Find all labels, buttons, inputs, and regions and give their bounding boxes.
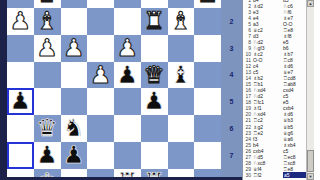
square-h5[interactable] [194, 88, 221, 115]
square-c1[interactable] [61, 0, 88, 8]
square-d7[interactable] [87, 142, 114, 169]
white-K-piece-b1[interactable]: ♚ [34, 0, 61, 8]
rank-label-4: 4 [221, 70, 242, 79]
white-B-piece-b2[interactable]: ♝ [34, 8, 61, 35]
square-h2[interactable] [194, 8, 221, 35]
white-P-piece-e3[interactable]: ♟ [114, 35, 141, 62]
square-g2[interactable]: ♝ [168, 8, 195, 35]
square-f6[interactable] [141, 115, 168, 142]
square-h6[interactable] [194, 115, 221, 142]
square-b6[interactable]: ♛ [34, 115, 61, 142]
square-f5[interactable]: ♟ [141, 88, 168, 115]
square-f7[interactable] [141, 142, 168, 169]
white-B-piece-g2[interactable]: ♝ [168, 8, 195, 35]
square-e1[interactable] [114, 0, 141, 8]
rank-label-strip: 12345678 [221, 0, 242, 177]
white-move-30[interactable]: ♖f2 [253, 172, 283, 178]
square-b2[interactable]: ♝ [34, 8, 61, 35]
square-d4[interactable]: ♟ [87, 62, 114, 89]
move-list-scrollbar[interactable]: ▲ ▼ [306, 0, 314, 180]
rank-label-3: 3 [221, 44, 242, 53]
white-P-piece-b3[interactable]: ♟ [34, 35, 61, 62]
square-b7[interactable]: ♟ [34, 142, 61, 169]
square-e5[interactable] [114, 88, 141, 115]
square-c4[interactable] [61, 62, 88, 89]
square-f4[interactable]: ♛ [141, 62, 168, 89]
square-g7[interactable] [168, 142, 195, 169]
square-h4[interactable] [194, 62, 221, 89]
rank-label-6: 6 [221, 124, 242, 133]
square-a4[interactable] [7, 62, 34, 89]
square-d3[interactable] [87, 35, 114, 62]
square-f3[interactable] [141, 35, 168, 62]
square-c2[interactable] [61, 8, 88, 35]
white-Q-piece-f4[interactable]: ♛ [141, 62, 168, 89]
square-e2[interactable] [114, 8, 141, 35]
board-frame-left [0, 0, 7, 180]
rank-label-5: 5 [221, 97, 242, 106]
white-R-piece-f2[interactable]: ♜ [141, 8, 168, 35]
move-row-30: 30♖f2a5 [243, 172, 314, 178]
chess-app-window: ♚♜♟♝♜♝♟♟♟♟♟♛♝♟♟♛♞♟♟♚♜♜ 12345678 1d4d52♗d… [0, 0, 320, 180]
black-P-piece-f5[interactable]: ♟ [141, 88, 168, 115]
square-d2[interactable] [87, 8, 114, 35]
square-g5[interactable] [168, 88, 195, 115]
move-list-panel[interactable]: 1d4d52♗d2♘c63e3♘f64e4♗e75a3O-O6♕c2♖e87d3… [242, 0, 314, 180]
board-frame-bottom [0, 177, 243, 180]
square-a6[interactable] [7, 115, 34, 142]
square-a1[interactable] [7, 0, 34, 8]
square-b4[interactable] [34, 62, 61, 89]
square-e3[interactable]: ♟ [114, 35, 141, 62]
square-c6[interactable]: ♞ [61, 115, 88, 142]
square-a7[interactable] [7, 142, 34, 169]
scroll-down-arrow-icon[interactable]: ▼ [307, 173, 314, 180]
square-a3[interactable] [7, 35, 34, 62]
white-P-piece-c3[interactable]: ♟ [61, 35, 88, 62]
square-g6[interactable] [168, 115, 195, 142]
black-P-piece-e4[interactable]: ♟ [114, 62, 141, 89]
move-number: 30 [243, 172, 251, 178]
scroll-up-arrow-icon[interactable]: ▲ [307, 0, 314, 7]
square-e4[interactable]: ♟ [114, 62, 141, 89]
square-e7[interactable] [114, 142, 141, 169]
white-R-piece-h1[interactable]: ♜ [194, 0, 221, 8]
square-d5[interactable] [87, 88, 114, 115]
black-P-piece-b7[interactable]: ♟ [34, 142, 61, 169]
square-h3[interactable] [194, 35, 221, 62]
black-B-piece-g4[interactable]: ♝ [168, 62, 195, 89]
square-h7[interactable] [194, 142, 221, 169]
square-c5[interactable] [61, 88, 88, 115]
square-f2[interactable]: ♜ [141, 8, 168, 35]
scrollbar-thumb[interactable] [307, 150, 314, 172]
square-g1[interactable] [168, 0, 195, 8]
rank-label-2: 2 [221, 17, 242, 26]
square-c7[interactable]: ♟ [61, 142, 88, 169]
square-h1[interactable]: ♜ [194, 0, 221, 8]
white-P-piece-a2[interactable]: ♟ [7, 8, 34, 35]
black-N-piece-c6[interactable]: ♞ [61, 115, 88, 142]
square-e6[interactable] [114, 115, 141, 142]
square-a2[interactable]: ♟ [7, 8, 34, 35]
square-g4[interactable]: ♝ [168, 62, 195, 89]
square-d1[interactable] [87, 0, 114, 8]
white-P-piece-d4[interactable]: ♟ [87, 62, 114, 89]
square-f1[interactable] [141, 0, 168, 8]
square-g3[interactable] [168, 35, 195, 62]
square-b1[interactable]: ♚ [34, 0, 61, 8]
square-b5[interactable] [34, 88, 61, 115]
black-P-piece-c7[interactable]: ♟ [61, 142, 88, 169]
square-a5[interactable]: ♟ [7, 88, 34, 115]
square-b3[interactable]: ♟ [34, 35, 61, 62]
black-Q-piece-b6[interactable]: ♛ [34, 115, 61, 142]
rank-label-7: 7 [221, 151, 242, 160]
chess-board: ♚♜♟♝♜♝♟♟♟♟♟♛♝♟♟♛♞♟♟♚♜♜ [7, 0, 221, 180]
square-d6[interactable] [87, 115, 114, 142]
move-list-rows: 1d4d52♗d2♘c63e3♘f64e4♗e75a3O-O6♕c2♖e87d3… [243, 0, 314, 178]
black-P-piece-a5[interactable]: ♟ [7, 88, 34, 115]
square-c3[interactable]: ♟ [61, 35, 88, 62]
